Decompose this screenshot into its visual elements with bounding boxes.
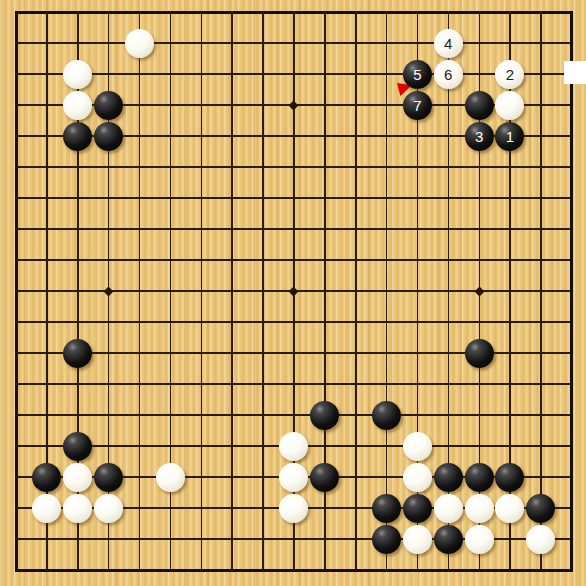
go-stone-black[interactable] <box>372 494 401 523</box>
go-stone-white[interactable] <box>403 525 432 554</box>
go-stone-black[interactable] <box>465 339 494 368</box>
go-stone-white[interactable] <box>526 525 555 554</box>
go-stone-white[interactable] <box>94 494 123 523</box>
go-stone-white[interactable] <box>434 494 463 523</box>
go-stone-white[interactable] <box>465 525 494 554</box>
go-stone-white[interactable] <box>495 91 524 120</box>
go-stone-black[interactable]: 1 <box>495 122 524 151</box>
go-stone-white[interactable] <box>63 60 92 89</box>
edge-square-marker <box>564 61 586 84</box>
stone-number-label: 7 <box>413 98 421 113</box>
go-stone-white[interactable] <box>63 463 92 492</box>
stones-grid: 4562731 <box>1 0 586 586</box>
go-stone-black[interactable] <box>372 401 401 430</box>
go-stone-white[interactable] <box>279 432 308 461</box>
stone-number-label: 5 <box>413 67 421 82</box>
stone-number-label: 1 <box>506 129 514 144</box>
go-stone-black[interactable] <box>310 463 339 492</box>
go-stone-black[interactable] <box>465 463 494 492</box>
go-stone-black[interactable]: 7 <box>403 91 432 120</box>
go-stone-black[interactable] <box>63 339 92 368</box>
go-board[interactable]: 4562731 <box>0 0 586 586</box>
go-stone-white[interactable] <box>63 91 92 120</box>
go-stone-white[interactable]: 4 <box>434 29 463 58</box>
go-stone-white[interactable] <box>63 494 92 523</box>
go-stone-white[interactable] <box>279 494 308 523</box>
go-stone-white[interactable] <box>465 494 494 523</box>
go-stone-white[interactable] <box>403 463 432 492</box>
go-stone-black[interactable] <box>94 463 123 492</box>
go-stone-black[interactable] <box>526 494 555 523</box>
go-stone-white[interactable] <box>403 432 432 461</box>
go-stone-black[interactable] <box>372 525 401 554</box>
star-point <box>289 100 299 110</box>
stone-number-label: 6 <box>444 67 452 82</box>
go-stone-white[interactable]: 2 <box>495 60 524 89</box>
go-stone-black[interactable]: 5 <box>403 60 432 89</box>
go-stone-black[interactable] <box>310 401 339 430</box>
star-point <box>104 286 114 296</box>
go-stone-white[interactable] <box>279 463 308 492</box>
stone-number-label: 3 <box>475 129 483 144</box>
stone-number-label: 4 <box>444 36 452 51</box>
go-stone-white[interactable] <box>495 494 524 523</box>
go-stone-white[interactable]: 6 <box>434 60 463 89</box>
go-stone-black[interactable] <box>434 463 463 492</box>
go-stone-black[interactable] <box>63 122 92 151</box>
go-stone-black[interactable] <box>403 494 432 523</box>
star-point <box>474 286 484 296</box>
go-stone-black[interactable] <box>63 432 92 461</box>
go-stone-black[interactable] <box>465 91 494 120</box>
go-stone-black[interactable]: 3 <box>465 122 494 151</box>
go-stone-black[interactable] <box>434 525 463 554</box>
stone-number-label: 2 <box>506 67 514 82</box>
go-stone-black[interactable] <box>495 463 524 492</box>
go-stone-white[interactable] <box>156 463 185 492</box>
go-stone-white[interactable] <box>125 29 154 58</box>
go-stone-black[interactable] <box>32 463 61 492</box>
go-stone-black[interactable] <box>94 122 123 151</box>
go-stone-black[interactable] <box>94 91 123 120</box>
star-point <box>289 286 299 296</box>
go-stone-white[interactable] <box>32 494 61 523</box>
